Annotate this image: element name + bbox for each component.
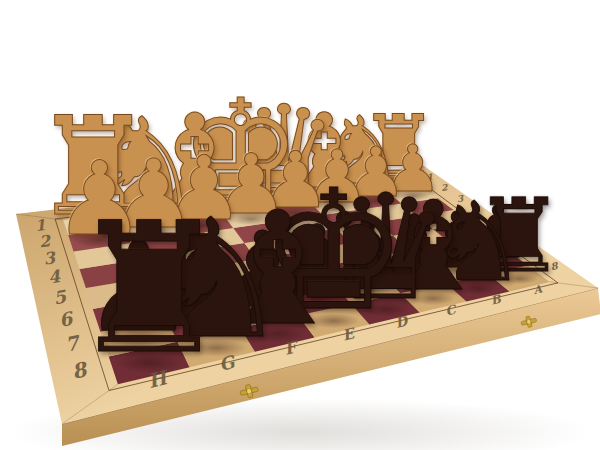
rank-label-right-1: 1	[426, 172, 433, 183]
chess-board: HGFEDCBA8877665544332211	[0, 0, 600, 450]
chess-set-photo: HGFEDCBA8877665544332211 ♜♞♝♛♚♝♞♜♟♟♟♟♟♟♟…	[0, 0, 600, 450]
